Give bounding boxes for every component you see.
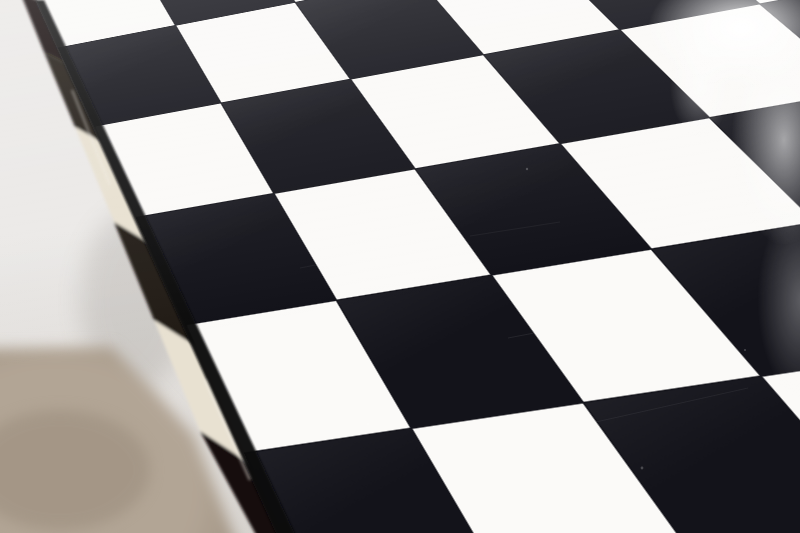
surface-scratches [300, 222, 748, 430]
foreground-layer [0, 0, 800, 533]
table-edge-rim [35, 0, 326, 533]
dust-specks [367, 168, 746, 470]
photo-scene [0, 0, 800, 533]
